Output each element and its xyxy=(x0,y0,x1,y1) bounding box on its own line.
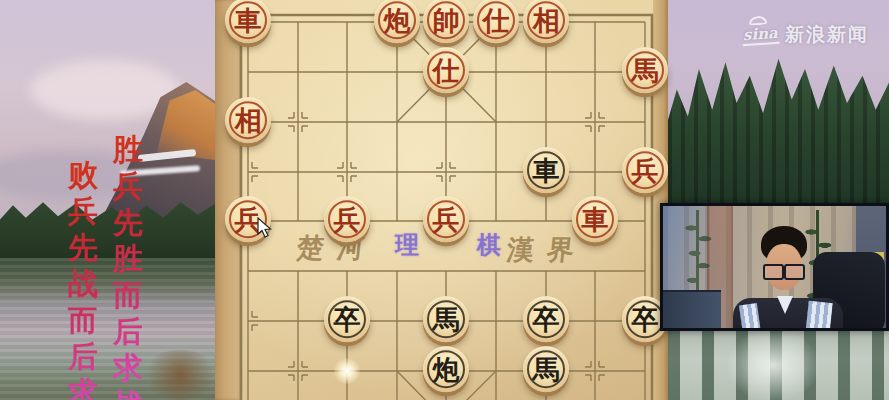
glasses xyxy=(763,264,805,277)
bamboo-plant xyxy=(681,210,715,300)
streamer xyxy=(733,224,843,328)
desk-equipment xyxy=(663,290,721,328)
piece-black-卒[interactable]: 卒 xyxy=(324,296,370,342)
piece-red-兵[interactable]: 兵 xyxy=(423,196,469,242)
lake-reflection xyxy=(140,350,215,400)
background-photo-right xyxy=(668,0,889,400)
plaid-shirt-sleeve xyxy=(805,301,832,328)
quote-column-right: 胜兵先胜而后求战 xyxy=(110,132,146,400)
lake-highlight xyxy=(728,331,818,400)
piece-black-馬[interactable]: 馬 xyxy=(523,346,569,392)
xiangqi-board[interactable]: 楚河 漢界 理 棋 車炮帥仕相仕馬相車兵兵兵兵車卒馬卒卒炮馬 xyxy=(215,0,668,400)
piece-red-馬[interactable]: 馬 xyxy=(622,47,668,93)
streamer-webcam-overlay xyxy=(660,203,889,331)
background-photo-left xyxy=(0,0,215,400)
piece-red-仕[interactable]: 仕 xyxy=(423,47,469,93)
piece-black-馬[interactable]: 馬 xyxy=(423,296,469,342)
webcam-scene xyxy=(663,206,886,328)
purple-watermark-char: 棋 xyxy=(477,229,501,261)
quote-column-left: 败兵先战而后求胜 xyxy=(65,157,101,400)
move-hint-sparkle xyxy=(334,358,360,384)
piece-black-車[interactable]: 車 xyxy=(523,147,569,193)
piece-black-卒[interactable]: 卒 xyxy=(523,296,569,342)
piece-red-車[interactable]: 車 xyxy=(572,196,618,242)
mouse-pointer-icon xyxy=(257,217,273,239)
purple-watermark-char: 理 xyxy=(395,229,419,261)
sina-eye-icon xyxy=(749,16,768,26)
piece-red-兵[interactable]: 兵 xyxy=(324,196,370,242)
stream-frame: 胜兵先胜而后求战 败兵先战而后求胜 xyxy=(0,0,889,400)
sina-news-label: 新浪新闻 xyxy=(785,22,869,48)
piece-red-兵[interactable]: 兵 xyxy=(622,147,668,193)
river-label-han-jie: 漢界 xyxy=(505,232,589,268)
sina-news-watermark: sina 新浪新闻 xyxy=(742,22,869,48)
piece-red-相[interactable]: 相 xyxy=(225,97,271,143)
sina-logo-icon: sina xyxy=(741,24,779,47)
piece-black-炮[interactable]: 炮 xyxy=(423,346,469,392)
